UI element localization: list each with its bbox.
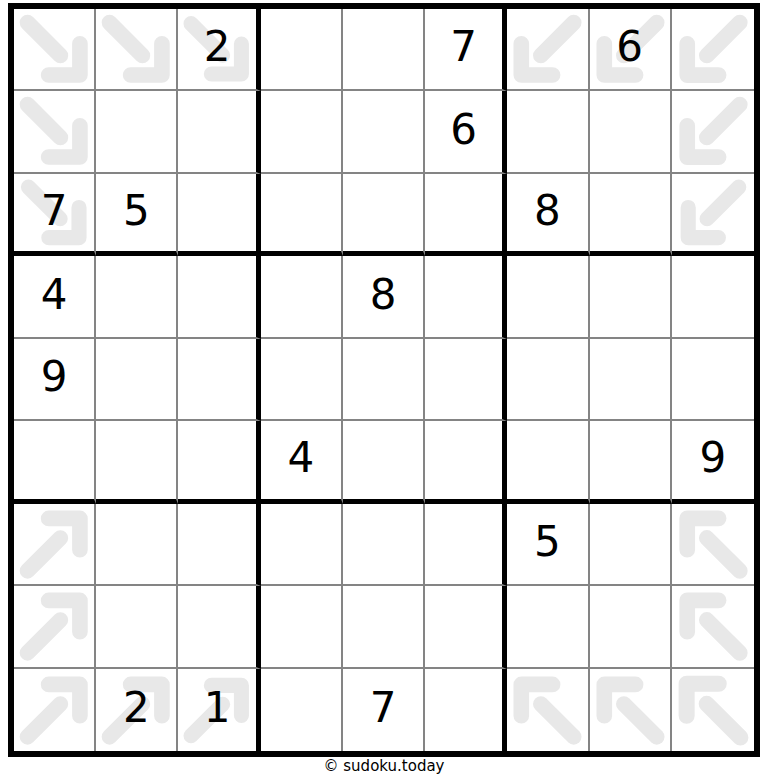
cell-r8c8[interactable] (590, 586, 672, 668)
given-digit: 6 (616, 26, 643, 68)
cell-r8c2[interactable] (96, 586, 178, 668)
cell-r8c7[interactable] (507, 586, 589, 668)
cell-r3c5[interactable] (343, 174, 425, 256)
cell-r4c2[interactable] (96, 256, 178, 338)
cell-r2c2[interactable] (96, 91, 178, 173)
cell-r3c9[interactable] (672, 174, 754, 256)
cell-r1c5[interactable] (343, 9, 425, 91)
cell-r2c4[interactable] (261, 91, 343, 173)
given-digit: 7 (450, 26, 477, 68)
arrow-sw-icon (674, 92, 752, 172)
cell-r7c4[interactable] (261, 504, 343, 586)
cell-r5c1[interactable]: 9 (14, 339, 96, 421)
cell-r7c3[interactable] (178, 504, 260, 586)
cell-r4c6[interactable] (425, 256, 507, 338)
cell-r4c8[interactable] (590, 256, 672, 338)
cell-r1c6[interactable]: 7 (425, 9, 507, 91)
arrow-nw-icon (673, 670, 753, 750)
cell-r9c8[interactable] (590, 669, 672, 751)
cell-r6c9[interactable]: 9 (672, 421, 754, 503)
given-digit: 7 (41, 190, 68, 232)
cell-r6c4[interactable]: 4 (261, 421, 343, 503)
arrow-sw-icon (674, 9, 752, 89)
arrow-ne-icon (14, 671, 94, 749)
cell-r5c3[interactable] (178, 339, 260, 421)
cell-r5c9[interactable] (672, 339, 754, 421)
cell-r6c6[interactable] (425, 421, 507, 503)
puzzle-page: 27 6 6 758 48949 5 2 17 (0, 0, 767, 777)
cell-r2c5[interactable] (343, 91, 425, 173)
cell-r7c9[interactable] (672, 504, 754, 586)
cell-r9c7[interactable] (507, 669, 589, 751)
cell-r2c7[interactable] (507, 91, 589, 173)
cell-r4c9[interactable] (672, 256, 754, 338)
cell-r3c3[interactable] (178, 174, 260, 256)
arrow-nw-icon (673, 587, 753, 665)
cell-r8c9[interactable] (672, 586, 754, 668)
cell-r3c6[interactable] (425, 174, 507, 256)
cell-r9c4[interactable] (261, 669, 343, 751)
cell-r6c2[interactable] (96, 421, 178, 503)
cell-r8c6[interactable] (425, 586, 507, 668)
arrow-nw-icon (591, 670, 669, 750)
cell-r4c1[interactable]: 4 (14, 256, 96, 338)
copyright-text: © sudoku.today (8, 757, 760, 775)
cell-r9c6[interactable] (425, 669, 507, 751)
cell-r5c2[interactable] (96, 339, 178, 421)
cell-r4c7[interactable] (507, 256, 589, 338)
cell-r3c4[interactable] (261, 174, 343, 256)
cell-r2c3[interactable] (178, 91, 260, 173)
given-digit: 8 (534, 190, 561, 232)
cell-r8c1[interactable] (14, 586, 96, 668)
arrow-nw-icon (508, 670, 586, 750)
arrow-se-icon (15, 10, 93, 88)
given-digit: 5 (534, 521, 561, 563)
given-digit: 2 (123, 687, 150, 729)
arrow-sw-icon (508, 10, 586, 88)
cell-r2c8[interactable] (590, 91, 672, 173)
cell-r1c3[interactable]: 2 (178, 9, 260, 91)
cell-r3c1[interactable]: 7 (14, 174, 96, 256)
arrow-se-icon (97, 10, 175, 88)
cell-r8c3[interactable] (178, 586, 260, 668)
cell-r1c4[interactable] (261, 9, 343, 91)
cell-r1c9[interactable] (672, 9, 754, 91)
cell-r1c2[interactable] (96, 9, 178, 91)
cell-r5c5[interactable] (343, 339, 425, 421)
cell-r7c1[interactable] (14, 504, 96, 586)
given-digit: 4 (41, 274, 68, 316)
given-digit: 8 (370, 274, 397, 316)
given-digit: 1 (204, 687, 231, 729)
cell-r3c7[interactable]: 8 (507, 174, 589, 256)
given-digit: 7 (370, 687, 397, 729)
given-digit: 4 (287, 437, 314, 479)
sudoku-board: 27 6 6 758 48949 5 2 17 (8, 3, 760, 757)
cell-r7c6[interactable] (425, 504, 507, 586)
cell-r3c2[interactable]: 5 (96, 174, 178, 256)
cell-r2c1[interactable] (14, 91, 96, 173)
given-digit: 2 (204, 26, 231, 68)
cell-r3c8[interactable] (590, 174, 672, 256)
cell-r9c1[interactable] (14, 669, 96, 751)
arrow-nw-icon (673, 505, 753, 583)
cell-r5c4[interactable] (261, 339, 343, 421)
cell-r6c8[interactable] (590, 421, 672, 503)
cell-r7c8[interactable] (590, 504, 672, 586)
cell-r2c9[interactable] (672, 91, 754, 173)
cell-r1c1[interactable] (14, 9, 96, 91)
cell-r1c8[interactable]: 6 (590, 9, 672, 91)
cell-r7c7[interactable]: 5 (507, 504, 589, 586)
cell-r6c5[interactable] (343, 421, 425, 503)
cell-r9c3[interactable]: 1 (178, 669, 260, 751)
cell-r8c5[interactable] (343, 586, 425, 668)
given-digit: 6 (450, 109, 477, 151)
arrow-ne-icon (15, 587, 93, 665)
cell-r5c7[interactable] (507, 339, 589, 421)
cell-r8c4[interactable] (261, 586, 343, 668)
arrow-sw-icon (675, 172, 750, 252)
cell-r7c2[interactable] (96, 504, 178, 586)
given-digit: 9 (700, 437, 727, 479)
cell-r4c4[interactable] (261, 256, 343, 338)
cell-r6c7[interactable] (507, 421, 589, 503)
cell-r5c8[interactable] (590, 339, 672, 421)
cell-r9c9[interactable] (672, 669, 754, 751)
cell-r9c2[interactable]: 2 (96, 669, 178, 751)
given-digit: 5 (123, 190, 150, 232)
cell-r1c7[interactable] (507, 9, 589, 91)
cell-r2c6[interactable]: 6 (425, 91, 507, 173)
cell-r4c5[interactable]: 8 (343, 256, 425, 338)
cell-r5c6[interactable] (425, 339, 507, 421)
arrow-ne-icon (15, 505, 93, 583)
cell-r6c1[interactable] (14, 421, 96, 503)
cell-r4c3[interactable] (178, 256, 260, 338)
cell-r6c3[interactable] (178, 421, 260, 503)
cell-r9c5[interactable]: 7 (343, 669, 425, 751)
arrow-se-icon (15, 92, 93, 170)
given-digit: 9 (41, 356, 68, 398)
cell-r7c5[interactable] (343, 504, 425, 586)
